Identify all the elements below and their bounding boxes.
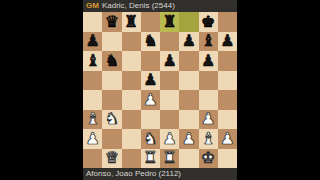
- black-king[interactable]: ♚: [201, 14, 215, 30]
- square-g2[interactable]: ♝: [199, 129, 218, 149]
- square-e7[interactable]: [160, 32, 179, 52]
- white-pawn[interactable]: ♟: [201, 111, 215, 127]
- square-f2[interactable]: ♟: [179, 129, 198, 149]
- square-d1[interactable]: ♜: [141, 149, 160, 169]
- square-e3[interactable]: [160, 110, 179, 130]
- black-rook[interactable]: ♜: [124, 14, 138, 30]
- square-b2[interactable]: [102, 129, 121, 149]
- square-b4[interactable]: [102, 90, 121, 110]
- square-c8[interactable]: ♜: [122, 12, 141, 32]
- white-knight[interactable]: ♞: [143, 131, 157, 147]
- square-d8[interactable]: [141, 12, 160, 32]
- square-h8[interactable]: [218, 12, 237, 32]
- black-knight[interactable]: ♞: [143, 33, 157, 49]
- square-b1[interactable]: ♛: [102, 149, 121, 169]
- square-c5[interactable]: [122, 71, 141, 91]
- square-a2[interactable]: ♟: [83, 129, 102, 149]
- square-d2[interactable]: ♞: [141, 129, 160, 149]
- square-h6[interactable]: [218, 51, 237, 71]
- square-d6[interactable]: [141, 51, 160, 71]
- black-queen[interactable]: ♛: [105, 14, 119, 30]
- top-player-title-badge: GM: [86, 0, 99, 12]
- square-h2[interactable]: ♟: [218, 129, 237, 149]
- square-a4[interactable]: [83, 90, 102, 110]
- square-e4[interactable]: [160, 90, 179, 110]
- square-g1[interactable]: ♚: [199, 149, 218, 169]
- square-f5[interactable]: [179, 71, 198, 91]
- square-g4[interactable]: [199, 90, 218, 110]
- square-a3[interactable]: ♝: [83, 110, 102, 130]
- square-a7[interactable]: ♟: [83, 32, 102, 52]
- square-c3[interactable]: [122, 110, 141, 130]
- black-pawn[interactable]: ♟: [143, 72, 157, 88]
- black-bishop[interactable]: ♝: [85, 53, 99, 69]
- white-king[interactable]: ♚: [201, 150, 215, 166]
- square-g5[interactable]: [199, 71, 218, 91]
- white-pawn[interactable]: ♟: [143, 92, 157, 108]
- square-h1[interactable]: [218, 149, 237, 169]
- square-h3[interactable]: [218, 110, 237, 130]
- square-f1[interactable]: [179, 149, 198, 169]
- square-e5[interactable]: [160, 71, 179, 91]
- white-pawn[interactable]: ♟: [85, 131, 99, 147]
- app-window: GM Kadric, Denis (2544) ♛♜♜♚♟♞♟♝♟♝♞♟♟♟♟♝…: [0, 0, 320, 180]
- square-b7[interactable]: [102, 32, 121, 52]
- bottom-player-bar: Afonso, Joao Pedro (2112): [83, 168, 237, 180]
- square-g8[interactable]: ♚: [199, 12, 218, 32]
- white-bishop[interactable]: ♝: [201, 131, 215, 147]
- square-a8[interactable]: [83, 12, 102, 32]
- square-h4[interactable]: [218, 90, 237, 110]
- black-pawn[interactable]: ♟: [182, 33, 196, 49]
- square-g7[interactable]: ♝: [199, 32, 218, 52]
- square-e6[interactable]: ♟: [160, 51, 179, 71]
- square-g3[interactable]: ♟: [199, 110, 218, 130]
- square-b8[interactable]: ♛: [102, 12, 121, 32]
- black-knight[interactable]: ♞: [105, 53, 119, 69]
- white-rook[interactable]: ♜: [162, 150, 176, 166]
- square-b3[interactable]: ♞: [102, 110, 121, 130]
- square-f4[interactable]: [179, 90, 198, 110]
- top-player-name: Kadric, Denis (2544): [102, 0, 175, 12]
- white-knight[interactable]: ♞: [105, 111, 119, 127]
- black-pawn[interactable]: ♟: [220, 33, 234, 49]
- top-player-bar: GM Kadric, Denis (2544): [83, 0, 237, 12]
- square-g6[interactable]: ♟: [199, 51, 218, 71]
- black-pawn[interactable]: ♟: [162, 53, 176, 69]
- black-pawn[interactable]: ♟: [201, 53, 215, 69]
- square-b5[interactable]: [102, 71, 121, 91]
- square-c4[interactable]: [122, 90, 141, 110]
- square-f8[interactable]: [179, 12, 198, 32]
- white-queen[interactable]: ♛: [105, 150, 119, 166]
- square-a5[interactable]: [83, 71, 102, 91]
- black-rook[interactable]: ♜: [162, 14, 176, 30]
- square-c6[interactable]: [122, 51, 141, 71]
- white-rook[interactable]: ♜: [143, 150, 157, 166]
- white-pawn[interactable]: ♟: [182, 131, 196, 147]
- square-a1[interactable]: [83, 149, 102, 169]
- square-f7[interactable]: ♟: [179, 32, 198, 52]
- square-f3[interactable]: [179, 110, 198, 130]
- square-e1[interactable]: ♜: [160, 149, 179, 169]
- square-d4[interactable]: ♟: [141, 90, 160, 110]
- square-f6[interactable]: [179, 51, 198, 71]
- black-pawn[interactable]: ♟: [85, 33, 99, 49]
- square-b6[interactable]: ♞: [102, 51, 121, 71]
- square-e8[interactable]: ♜: [160, 12, 179, 32]
- square-e2[interactable]: ♟: [160, 129, 179, 149]
- square-h5[interactable]: [218, 71, 237, 91]
- square-a6[interactable]: ♝: [83, 51, 102, 71]
- square-d7[interactable]: ♞: [141, 32, 160, 52]
- square-c1[interactable]: [122, 149, 141, 169]
- square-d5[interactable]: ♟: [141, 71, 160, 91]
- white-pawn[interactable]: ♟: [162, 131, 176, 147]
- white-pawn[interactable]: ♟: [220, 131, 234, 147]
- square-c2[interactable]: [122, 129, 141, 149]
- white-bishop[interactable]: ♝: [85, 111, 99, 127]
- bottom-player-name: Afonso, Joao Pedro (2112): [86, 168, 181, 180]
- chess-board: ♛♜♜♚♟♞♟♝♟♝♞♟♟♟♟♝♞♟♟♞♟♟♝♟♛♜♜♚: [83, 12, 237, 168]
- game-panel: GM Kadric, Denis (2544) ♛♜♜♚♟♞♟♝♟♝♞♟♟♟♟♝…: [83, 0, 237, 180]
- black-bishop[interactable]: ♝: [201, 33, 215, 49]
- square-h7[interactable]: ♟: [218, 32, 237, 52]
- square-d3[interactable]: [141, 110, 160, 130]
- square-c7[interactable]: [122, 32, 141, 52]
